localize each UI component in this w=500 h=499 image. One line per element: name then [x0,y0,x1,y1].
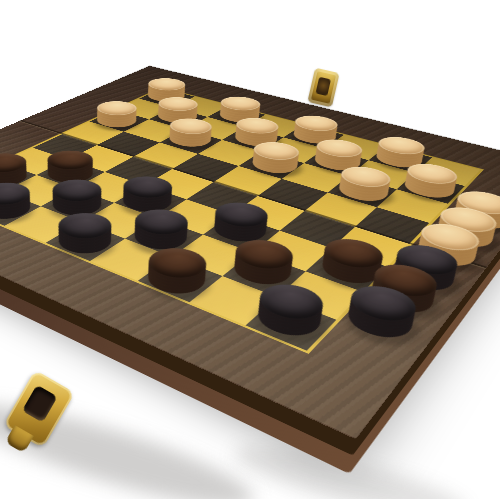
photo-stage [0,0,500,499]
brass-hinge-icon [307,68,339,108]
dark-checker-piece[interactable] [0,193,40,224]
dark-checker-piece[interactable] [247,295,330,344]
dark-checker-piece[interactable] [338,297,421,346]
checkers-box [0,66,500,439]
light-checker-piece[interactable] [245,152,305,178]
board-frame [0,66,500,439]
